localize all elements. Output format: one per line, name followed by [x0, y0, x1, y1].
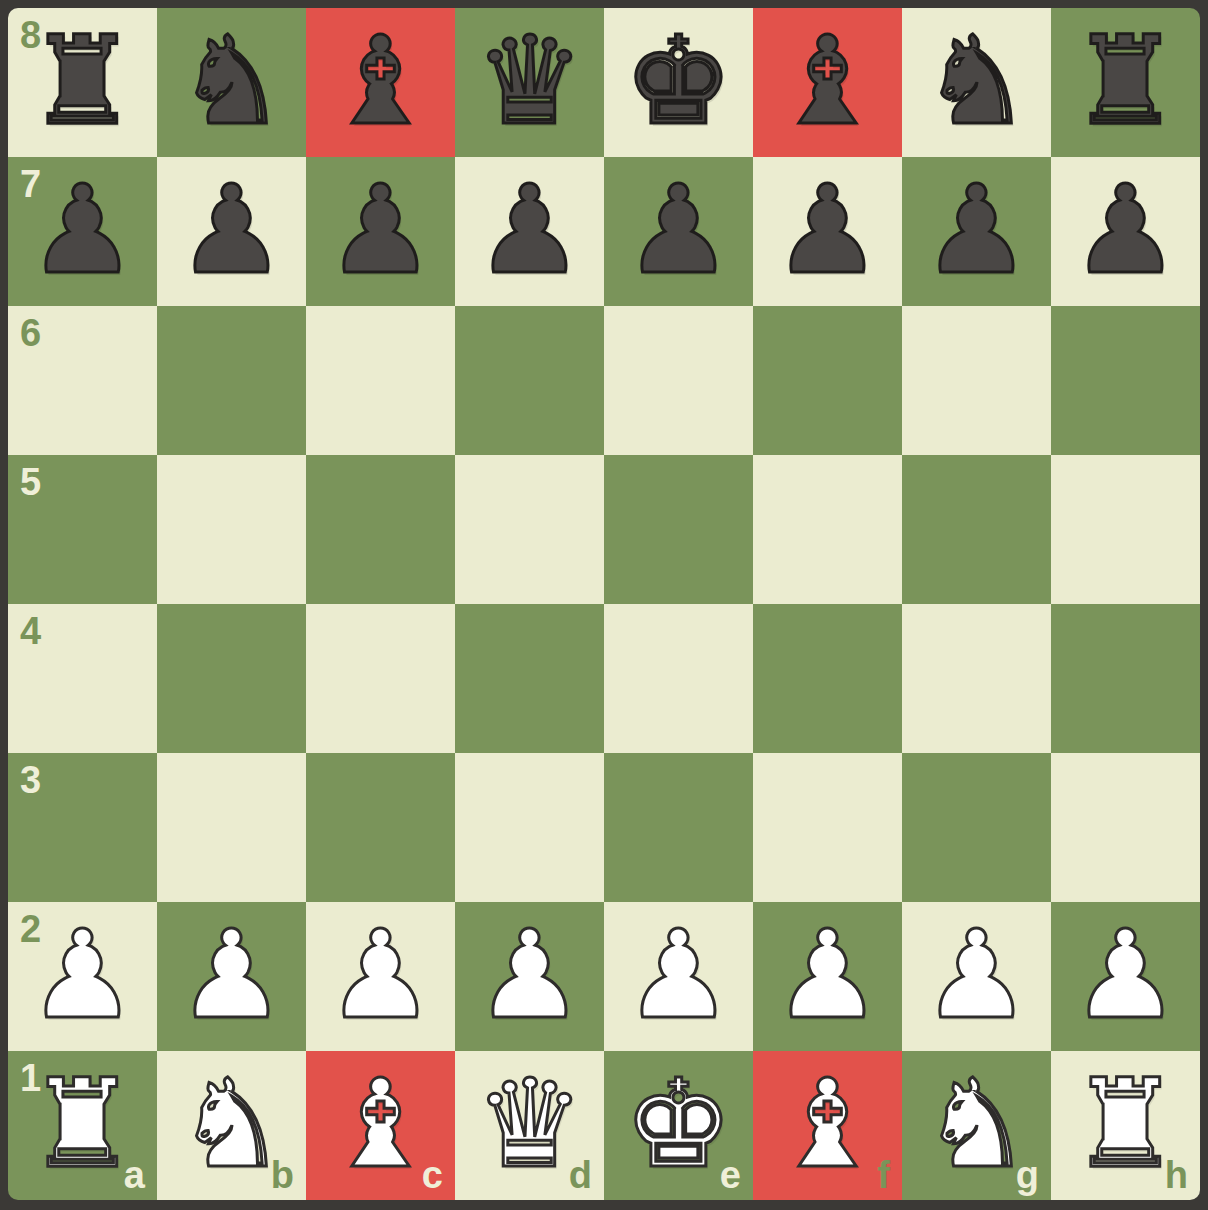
square-c2[interactable]: ♟ [306, 902, 455, 1051]
piece-white-bishop-c1[interactable]: ♝ [326, 1063, 435, 1185]
square-c8[interactable]: ♝ [306, 8, 455, 157]
square-e4[interactable] [604, 604, 753, 753]
piece-black-pawn-a7[interactable]: ♟ [28, 169, 137, 291]
piece-black-pawn-c7[interactable]: ♟ [326, 169, 435, 291]
rank-label-3: 3 [20, 761, 41, 799]
square-c7[interactable]: ♟ [306, 157, 455, 306]
square-a8[interactable]: 8♜ [8, 8, 157, 157]
chess-board: 8♜♞♝♛♚♝♞♜7♟♟♟♟♟♟♟♟65432♟♟♟♟♟♟♟♟1a♜b♞c♝d♛… [8, 8, 1200, 1200]
square-d1[interactable]: d♛ [455, 1051, 604, 1200]
square-f5[interactable] [753, 455, 902, 604]
piece-black-rook-a8[interactable]: ♜ [28, 20, 137, 142]
square-h3[interactable] [1051, 753, 1200, 902]
square-g2[interactable]: ♟ [902, 902, 1051, 1051]
square-b6[interactable] [157, 306, 306, 455]
piece-white-pawn-d2[interactable]: ♟ [475, 914, 584, 1036]
square-c3[interactable] [306, 753, 455, 902]
piece-white-pawn-c2[interactable]: ♟ [326, 914, 435, 1036]
square-c6[interactable] [306, 306, 455, 455]
square-b4[interactable] [157, 604, 306, 753]
piece-white-pawn-g2[interactable]: ♟ [922, 914, 1031, 1036]
piece-white-pawn-e2[interactable]: ♟ [624, 914, 733, 1036]
square-e7[interactable]: ♟ [604, 157, 753, 306]
square-b5[interactable] [157, 455, 306, 604]
piece-black-pawn-f7[interactable]: ♟ [773, 169, 882, 291]
piece-white-knight-b1[interactable]: ♞ [177, 1063, 286, 1185]
square-g6[interactable] [902, 306, 1051, 455]
square-g8[interactable]: ♞ [902, 8, 1051, 157]
square-a7[interactable]: 7♟ [8, 157, 157, 306]
piece-black-pawn-g7[interactable]: ♟ [922, 169, 1031, 291]
piece-white-pawn-f2[interactable]: ♟ [773, 914, 882, 1036]
square-h6[interactable] [1051, 306, 1200, 455]
square-b3[interactable] [157, 753, 306, 902]
square-g7[interactable]: ♟ [902, 157, 1051, 306]
square-f2[interactable]: ♟ [753, 902, 902, 1051]
square-a5[interactable]: 5 [8, 455, 157, 604]
square-d2[interactable]: ♟ [455, 902, 604, 1051]
square-e6[interactable] [604, 306, 753, 455]
square-d8[interactable]: ♛ [455, 8, 604, 157]
square-h7[interactable]: ♟ [1051, 157, 1200, 306]
square-f4[interactable] [753, 604, 902, 753]
square-d4[interactable] [455, 604, 604, 753]
square-e2[interactable]: ♟ [604, 902, 753, 1051]
square-h5[interactable] [1051, 455, 1200, 604]
square-a6[interactable]: 6 [8, 306, 157, 455]
square-h2[interactable]: ♟ [1051, 902, 1200, 1051]
piece-white-pawn-a2[interactable]: ♟ [28, 914, 137, 1036]
square-e8[interactable]: ♚ [604, 8, 753, 157]
rank-label-5: 5 [20, 463, 41, 501]
square-e1[interactable]: e♚ [604, 1051, 753, 1200]
square-h8[interactable]: ♜ [1051, 8, 1200, 157]
square-d3[interactable] [455, 753, 604, 902]
square-h4[interactable] [1051, 604, 1200, 753]
square-g5[interactable] [902, 455, 1051, 604]
piece-black-bishop-c8[interactable]: ♝ [326, 20, 435, 142]
square-g4[interactable] [902, 604, 1051, 753]
piece-white-bishop-f1[interactable]: ♝ [773, 1063, 882, 1185]
rank-label-6: 6 [20, 314, 41, 352]
square-f8[interactable]: ♝ [753, 8, 902, 157]
square-b1[interactable]: b♞ [157, 1051, 306, 1200]
piece-black-king-e8[interactable]: ♚ [624, 20, 733, 142]
square-f6[interactable] [753, 306, 902, 455]
square-a2[interactable]: 2♟ [8, 902, 157, 1051]
piece-white-pawn-b2[interactable]: ♟ [177, 914, 286, 1036]
piece-black-rook-h8[interactable]: ♜ [1071, 20, 1180, 142]
piece-black-pawn-h7[interactable]: ♟ [1071, 169, 1180, 291]
piece-white-king-e1[interactable]: ♚ [624, 1063, 733, 1185]
piece-white-rook-h1[interactable]: ♜ [1071, 1063, 1180, 1185]
square-g1[interactable]: g♞ [902, 1051, 1051, 1200]
square-a4[interactable]: 4 [8, 604, 157, 753]
square-f1[interactable]: f♝ [753, 1051, 902, 1200]
square-f3[interactable] [753, 753, 902, 902]
square-d5[interactable] [455, 455, 604, 604]
piece-black-bishop-f8[interactable]: ♝ [773, 20, 882, 142]
square-c5[interactable] [306, 455, 455, 604]
square-c1[interactable]: c♝ [306, 1051, 455, 1200]
square-e5[interactable] [604, 455, 753, 604]
square-a1[interactable]: 1a♜ [8, 1051, 157, 1200]
square-a3[interactable]: 3 [8, 753, 157, 902]
square-c4[interactable] [306, 604, 455, 753]
square-d6[interactable] [455, 306, 604, 455]
square-b7[interactable]: ♟ [157, 157, 306, 306]
piece-black-pawn-e7[interactable]: ♟ [624, 169, 733, 291]
piece-black-pawn-d7[interactable]: ♟ [475, 169, 584, 291]
piece-black-knight-b8[interactable]: ♞ [177, 20, 286, 142]
piece-black-pawn-b7[interactable]: ♟ [177, 169, 286, 291]
piece-white-queen-d1[interactable]: ♛ [475, 1063, 584, 1185]
square-b2[interactable]: ♟ [157, 902, 306, 1051]
rank-label-4: 4 [20, 612, 41, 650]
piece-white-rook-a1[interactable]: ♜ [28, 1063, 137, 1185]
square-d7[interactable]: ♟ [455, 157, 604, 306]
square-b8[interactable]: ♞ [157, 8, 306, 157]
square-g3[interactable] [902, 753, 1051, 902]
piece-white-pawn-h2[interactable]: ♟ [1071, 914, 1180, 1036]
square-h1[interactable]: h♜ [1051, 1051, 1200, 1200]
square-e3[interactable] [604, 753, 753, 902]
piece-black-knight-g8[interactable]: ♞ [922, 20, 1031, 142]
piece-white-knight-g1[interactable]: ♞ [922, 1063, 1031, 1185]
piece-black-queen-d8[interactable]: ♛ [475, 20, 584, 142]
square-f7[interactable]: ♟ [753, 157, 902, 306]
